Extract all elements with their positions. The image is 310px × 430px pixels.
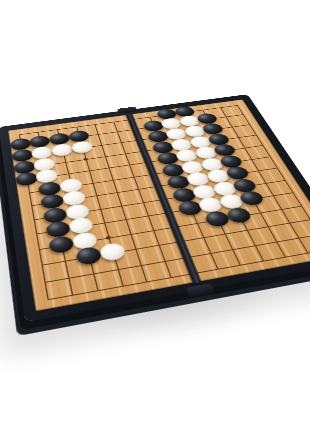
white-stone bbox=[51, 143, 74, 157]
white-stone bbox=[98, 242, 126, 262]
product-photo bbox=[0, 0, 310, 430]
black-stone bbox=[15, 171, 39, 187]
board-surface bbox=[8, 99, 310, 311]
white-stone bbox=[70, 140, 93, 154]
black-stone bbox=[48, 234, 75, 254]
stone-layer bbox=[19, 105, 310, 299]
board-frame bbox=[0, 94, 310, 322]
hinge-clasp-near bbox=[186, 283, 214, 297]
black-stone bbox=[75, 246, 103, 266]
go-board bbox=[22, 50, 294, 322]
